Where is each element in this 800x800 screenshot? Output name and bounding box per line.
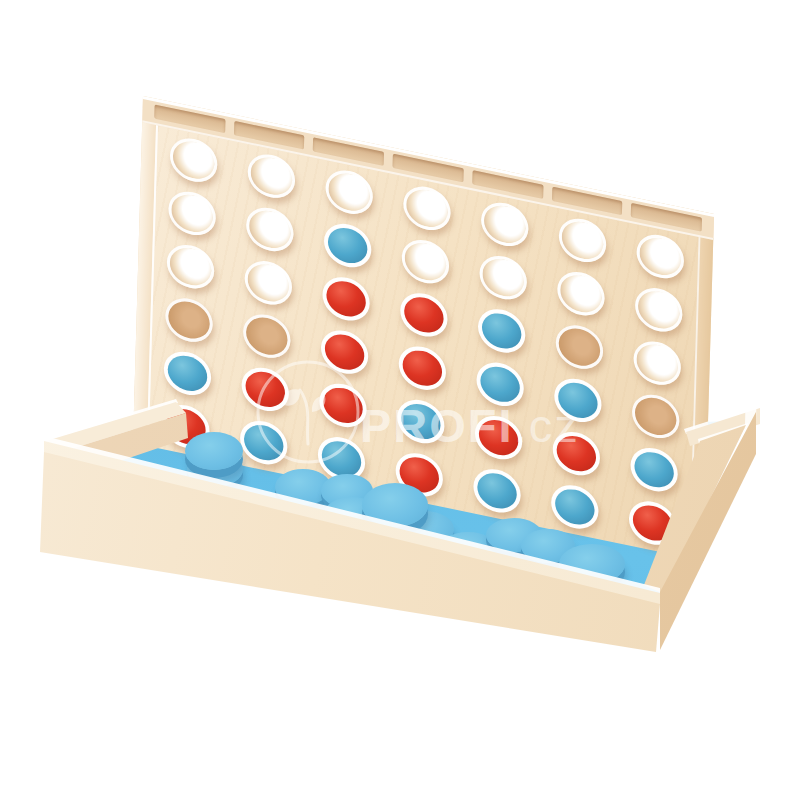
loose-disc bbox=[437, 532, 499, 570]
empty-hole bbox=[558, 214, 606, 266]
connect-four-board bbox=[133, 96, 714, 561]
empty-hole bbox=[170, 134, 218, 186]
empty-hole bbox=[556, 267, 604, 319]
watermark-brand: PROFI bbox=[360, 399, 514, 452]
empty-hole bbox=[325, 166, 373, 218]
hole bbox=[395, 448, 443, 500]
red-disc bbox=[632, 501, 672, 543]
empty-hole bbox=[244, 256, 292, 308]
watermark-logo-icon bbox=[246, 352, 366, 472]
empty-hole bbox=[167, 240, 215, 292]
loose-disc bbox=[521, 529, 575, 563]
empty-hole bbox=[480, 198, 528, 250]
hole bbox=[400, 288, 448, 340]
empty-hole bbox=[636, 230, 684, 282]
blue-disc bbox=[477, 469, 517, 511]
hole bbox=[398, 342, 446, 394]
empty-hole bbox=[479, 251, 527, 303]
loose-disc bbox=[559, 544, 625, 584]
watermark-text: PROFI.cz bbox=[360, 398, 580, 453]
hole bbox=[324, 219, 372, 271]
empty-hole bbox=[555, 320, 603, 372]
loose-disc bbox=[324, 497, 380, 531]
blue-disc bbox=[554, 485, 594, 527]
empty-hole bbox=[634, 283, 682, 335]
hole bbox=[164, 347, 212, 399]
empty-hole bbox=[633, 337, 681, 389]
blue-disc bbox=[634, 448, 674, 490]
blue-disc bbox=[328, 224, 368, 266]
watermark-domain: .cz bbox=[514, 399, 580, 452]
empty-hole bbox=[168, 187, 216, 239]
empty-hole bbox=[247, 150, 295, 202]
empty-hole bbox=[246, 203, 294, 255]
blue-disc bbox=[481, 309, 521, 351]
product-photo-connect-four: PROFI.cz bbox=[0, 0, 800, 800]
hole bbox=[628, 496, 676, 548]
hole bbox=[629, 443, 677, 495]
empty-hole bbox=[401, 235, 449, 287]
hole bbox=[477, 304, 525, 356]
empty-hole bbox=[403, 182, 451, 234]
board-grid bbox=[147, 125, 700, 557]
red-disc bbox=[326, 277, 366, 319]
hole bbox=[162, 400, 210, 452]
hole bbox=[550, 480, 598, 532]
hole bbox=[473, 464, 521, 516]
empty-hole bbox=[631, 390, 679, 442]
blue-disc bbox=[168, 352, 208, 394]
red-disc bbox=[399, 453, 439, 495]
empty-hole bbox=[165, 294, 213, 346]
red-disc bbox=[404, 293, 444, 335]
red-disc bbox=[166, 405, 206, 447]
loose-disc bbox=[394, 511, 454, 547]
hole bbox=[322, 272, 370, 324]
red-disc bbox=[402, 347, 442, 389]
